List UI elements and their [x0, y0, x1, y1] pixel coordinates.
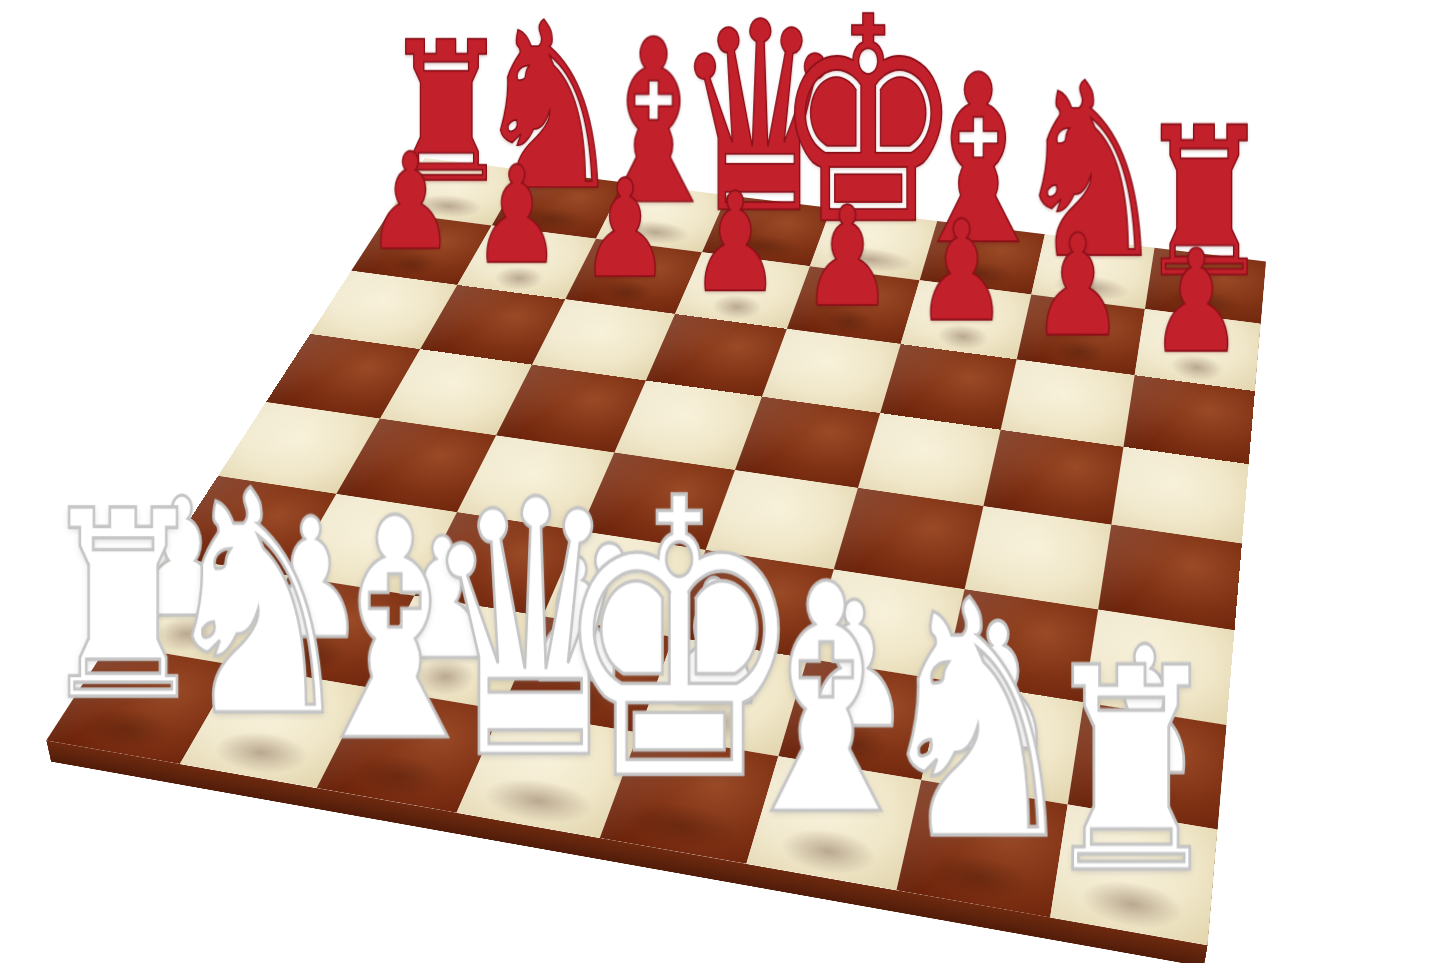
red-pawn[interactable]: ♟ — [1031, 216, 1124, 357]
board-squares: ♜♞♝♛♚♝♞♜♟♟♟♟♟♟♟♟♟♟♟♟♟♟♟♟♜♞♝♛♚♝♞♜ — [46, 158, 1266, 945]
red-pawn[interactable]: ♟ — [915, 202, 1007, 341]
red-pawn[interactable]: ♟ — [472, 148, 561, 283]
red-pawn[interactable]: ♟ — [580, 161, 670, 297]
chess-set-photo: ♜♞♝♛♚♝♞♜♟♟♟♟♟♟♟♟♟♟♟♟♟♟♟♟♜♞♝♛♚♝♞♜ — [0, 0, 1445, 963]
square-f6[interactable] — [880, 344, 1016, 430]
square-g5[interactable] — [983, 430, 1123, 525]
square-d7[interactable]: ♟ — [675, 252, 810, 328]
red-pawn[interactable]: ♟ — [366, 135, 454, 268]
red-pawn[interactable]: ♟ — [801, 188, 893, 326]
square-b5[interactable] — [380, 349, 532, 435]
white-rook[interactable]: ♜ — [1038, 631, 1224, 912]
chess-board: ♜♞♝♛♚♝♞♜♟♟♟♟♟♟♟♟♟♟♟♟♟♟♟♟♜♞♝♛♚♝♞♜ — [46, 158, 1266, 945]
red-pawn[interactable]: ♟ — [1149, 230, 1243, 372]
red-pawn[interactable]: ♟ — [689, 174, 780, 311]
board-perspective-wrap: ♜♞♝♛♚♝♞♜♟♟♟♟♟♟♟♟♟♟♟♟♟♟♟♟♜♞♝♛♚♝♞♜ — [235, 0, 1235, 963]
